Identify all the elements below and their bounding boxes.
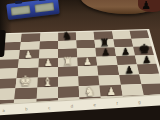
square-b2[interactable] [14,88,36,100]
black-pawn[interactable]: ♟ [96,47,116,57]
file-label-b: b [25,107,28,111]
black-knight[interactable]: ♞ [58,30,77,41]
square-g4[interactable]: ♟ [117,64,139,74]
white-pawn[interactable]: ♟ [19,49,39,59]
white-king[interactable]: ♚ [15,74,37,89]
clock-button[interactable] [39,0,46,1]
file-label-a: a [2,109,5,113]
square-g6[interactable]: ♟ [114,47,135,56]
white-rook[interactable]: ♜ [57,55,77,67]
square-c3[interactable]: ♝ [37,77,58,88]
square-h5[interactable]: ♟ [135,55,157,65]
white-bishop[interactable]: ♝ [36,75,58,88]
square-f6[interactable]: ♟ [95,47,115,56]
square-h3[interactable] [139,73,160,84]
clock-button[interactable] [15,0,22,4]
square-e5[interactable]: ♟ [77,56,97,66]
square-d3[interactable] [58,76,79,87]
square-g2[interactable] [120,84,143,95]
square-d8[interactable]: ♞ [58,32,76,40]
square-a2[interactable] [0,88,16,100]
file-label-e: e [93,103,96,107]
black-pawn[interactable]: ♟ [118,65,139,76]
file-label-c: c [48,106,50,110]
square-g3[interactable] [119,74,141,85]
white-knight[interactable]: ♞ [79,84,101,97]
square-d5[interactable]: ♜ [58,57,78,67]
captured-black-pawn-icon: ♟ [141,0,151,12]
file-label-d: d [71,105,74,109]
square-e2[interactable]: ♞ [79,85,101,96]
black-pawn[interactable]: ♟ [137,55,157,65]
photo-scene: ♞♜♟♟♟♚♟♜♟♟♟♚♝♞♟ abcdefgh ♟ [0,0,160,120]
clock-display-left [11,5,31,15]
square-d2[interactable] [58,86,80,98]
white-pawn[interactable]: ♟ [100,86,122,97]
black-pawn[interactable]: ♟ [115,46,135,56]
file-label-f: f [116,102,118,106]
square-f2[interactable]: ♟ [100,85,123,96]
square-c5[interactable]: ♟ [38,58,58,68]
file-label-g: g [138,100,141,104]
white-pawn[interactable]: ♟ [77,56,97,66]
white-pawn[interactable]: ♟ [38,58,58,68]
square-h2[interactable] [141,83,160,94]
square-h4[interactable] [137,64,159,74]
square-c2[interactable] [36,87,58,99]
square-b3[interactable]: ♚ [16,77,38,88]
clock-display-right [34,2,54,12]
square-f3[interactable] [98,75,120,86]
square-b6[interactable]: ♟ [19,50,39,59]
